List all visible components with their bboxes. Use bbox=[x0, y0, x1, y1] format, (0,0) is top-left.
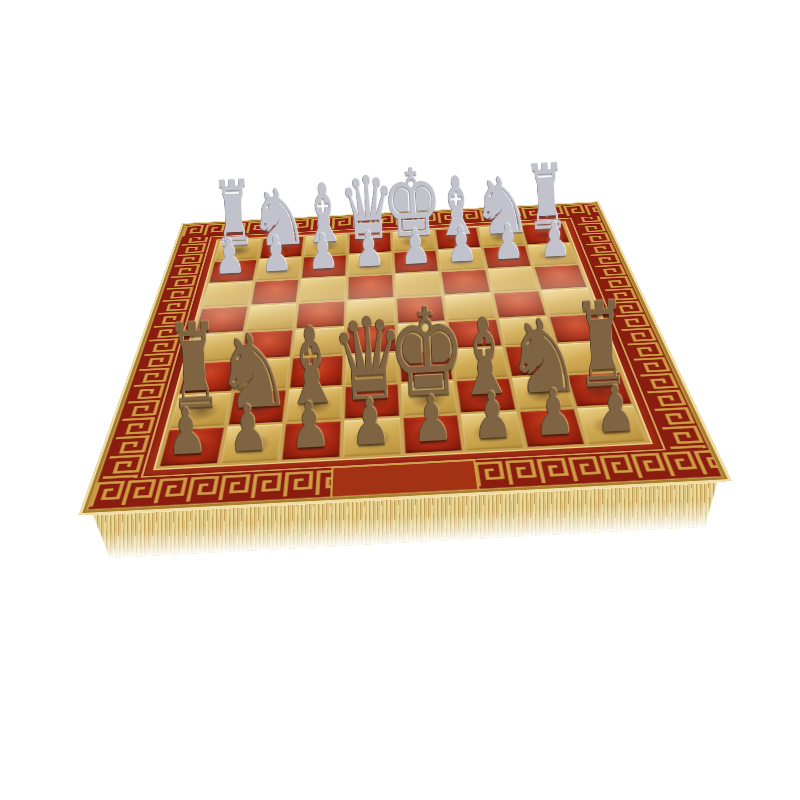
board-grid: ♜♞♝♛♚♝♞♜♟♟♟♟♟♟♟♟♜♞♝♛♚♝♞♜♟♟♟♟♟♟♟♟ bbox=[155, 222, 650, 469]
square-e1: ♟ bbox=[402, 415, 462, 454]
piece-silver-pawn-e7: ♟ bbox=[399, 222, 432, 272]
scene: ♜♞♝♛♚♝♞♜♟♟♟♟♟♟♟♟♜♞♝♛♚♝♞♜♟♟♟♟♟♟♟♟ bbox=[43, 43, 758, 758]
piece-silver-pawn-h7: ♟ bbox=[538, 215, 571, 265]
square-h1: ♟ bbox=[578, 406, 647, 444]
square-e7: ♟ bbox=[393, 250, 438, 273]
piece-bronze-pawn-a1: ♟ bbox=[165, 399, 208, 465]
square-a7: ♟ bbox=[209, 260, 257, 283]
piece-bronze-pawn-d1: ♟ bbox=[349, 389, 392, 455]
square-a1: ♟ bbox=[159, 427, 224, 466]
piece-bronze-pawn-b1: ♟ bbox=[226, 396, 269, 462]
piece-bronze-pawn-c1: ♟ bbox=[288, 393, 331, 459]
piece-bronze-pawn-e1: ♟ bbox=[410, 386, 453, 452]
chess-set-photo: ♜♞♝♛♚♝♞♜♟♟♟♟♟♟♟♟♜♞♝♛♚♝♞♜♟♟♟♟♟♟♟♟ bbox=[43, 43, 758, 758]
piece-bronze-pawn-h1: ♟ bbox=[594, 377, 637, 443]
piece-silver-pawn-d7: ♟ bbox=[352, 225, 385, 275]
piece-bronze-pawn-f1: ♟ bbox=[471, 383, 514, 449]
piece-silver-pawn-c7: ♟ bbox=[306, 227, 339, 277]
square-c1: ♟ bbox=[282, 421, 341, 460]
piece-silver-pawn-b7: ♟ bbox=[260, 230, 293, 280]
chess-board: ♜♞♝♛♚♝♞♜♟♟♟♟♟♟♟♟♜♞♝♛♚♝♞♜♟♟♟♟♟♟♟♟ bbox=[78, 201, 732, 515]
piece-bronze-pawn-g1: ♟ bbox=[532, 380, 575, 446]
square-f1: ♟ bbox=[461, 412, 524, 451]
square-c7: ♟ bbox=[302, 255, 347, 278]
piece-silver-pawn-g7: ♟ bbox=[492, 217, 525, 267]
piece-silver-pawn-a7: ♟ bbox=[213, 232, 246, 282]
square-h7: ♟ bbox=[528, 243, 578, 266]
square-d7: ♟ bbox=[348, 253, 392, 276]
square-b7: ♟ bbox=[255, 257, 302, 280]
square-b6 bbox=[251, 279, 300, 304]
piece-silver-pawn-f7: ♟ bbox=[445, 220, 478, 270]
